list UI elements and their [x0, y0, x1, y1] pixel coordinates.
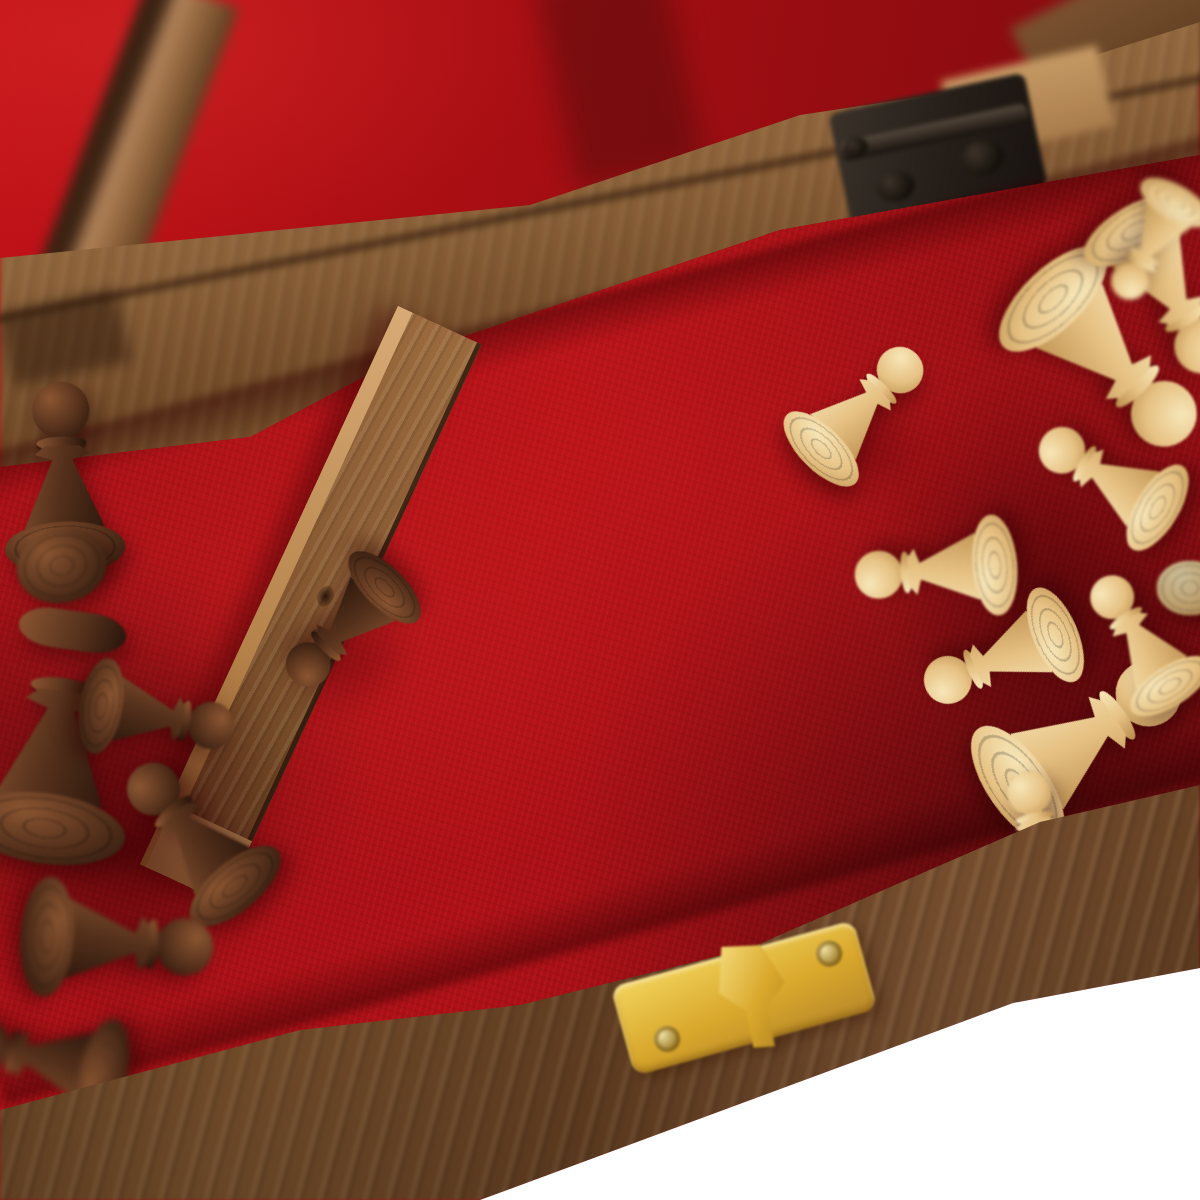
piece-body	[904, 514, 982, 625]
chess-box-photo	[0, 0, 1200, 1200]
piece-cap	[16, 603, 128, 657]
dark-pawn	[16, 873, 219, 1011]
piece-head	[184, 699, 238, 753]
piece-head	[852, 549, 905, 602]
light-pawn	[771, 317, 954, 500]
light-pawn	[1156, 536, 1200, 641]
piece-body	[63, 876, 153, 1006]
piece-head	[154, 916, 215, 977]
dark-pawn	[256, 538, 433, 715]
piece-base	[1156, 561, 1200, 616]
piece-base	[17, 875, 78, 998]
piece-head	[31, 380, 90, 439]
